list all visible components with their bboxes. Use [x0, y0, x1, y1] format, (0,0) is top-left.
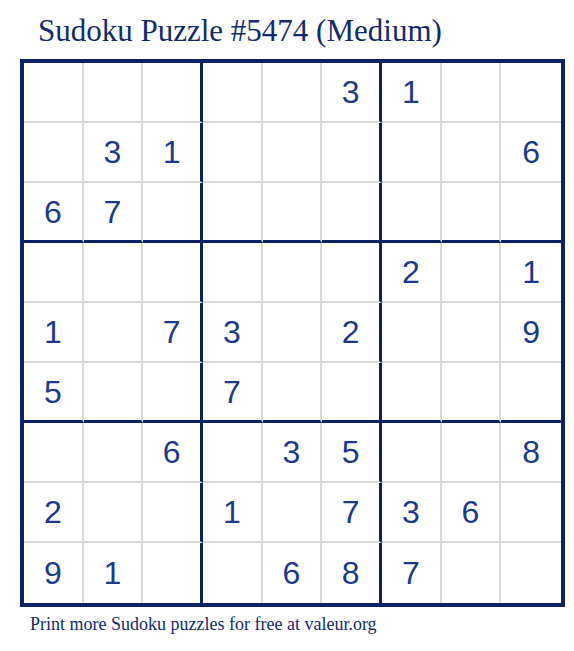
cell-r7c4 — [203, 423, 263, 483]
cell-r7c7 — [382, 423, 442, 483]
cell-r3c5 — [263, 183, 323, 243]
cell-r5c3: 7 — [143, 303, 203, 363]
cell-r1c4 — [203, 63, 263, 123]
cell-r3c7 — [382, 183, 442, 243]
cell-r1c7: 1 — [382, 63, 442, 123]
cell-r8c2 — [84, 483, 144, 543]
cell-r5c7 — [382, 303, 442, 363]
cell-r8c1: 2 — [24, 483, 84, 543]
cell-r3c3 — [143, 183, 203, 243]
cell-r5c6: 2 — [322, 303, 382, 363]
cell-r4c4 — [203, 243, 263, 303]
cell-r7c9: 8 — [501, 423, 561, 483]
cell-r6c3 — [143, 363, 203, 423]
cell-r4c6 — [322, 243, 382, 303]
cell-r7c2 — [84, 423, 144, 483]
cell-r8c4: 1 — [203, 483, 263, 543]
cell-r8c7: 3 — [382, 483, 442, 543]
cell-r1c8 — [442, 63, 502, 123]
cell-r5c1: 1 — [24, 303, 84, 363]
cell-r2c4 — [203, 123, 263, 183]
cell-r7c3: 6 — [143, 423, 203, 483]
cell-r1c5 — [263, 63, 323, 123]
cell-r7c1 — [24, 423, 84, 483]
cell-r3c9 — [501, 183, 561, 243]
cell-r1c6: 3 — [322, 63, 382, 123]
cell-r6c4: 7 — [203, 363, 263, 423]
cell-r7c8 — [442, 423, 502, 483]
cell-r1c2 — [84, 63, 144, 123]
cell-r6c8 — [442, 363, 502, 423]
cell-r4c1 — [24, 243, 84, 303]
cell-r6c5 — [263, 363, 323, 423]
cell-r5c2 — [84, 303, 144, 363]
cell-r6c1: 5 — [24, 363, 84, 423]
page-title: Sudoku Puzzle #5474 (Medium) — [38, 12, 442, 50]
cell-r2c2: 3 — [84, 123, 144, 183]
cell-r9c1: 9 — [24, 543, 84, 603]
cell-r9c6: 8 — [322, 543, 382, 603]
cell-r8c6: 7 — [322, 483, 382, 543]
cell-r3c1: 6 — [24, 183, 84, 243]
cell-r9c7: 7 — [382, 543, 442, 603]
cell-r9c3 — [143, 543, 203, 603]
cell-r3c6 — [322, 183, 382, 243]
cell-r7c5: 3 — [263, 423, 323, 483]
cell-r6c2 — [84, 363, 144, 423]
cell-r6c6 — [322, 363, 382, 423]
footer-text: Print more Sudoku puzzles for free at va… — [30, 614, 377, 635]
cell-r3c2: 7 — [84, 183, 144, 243]
cell-r2c7 — [382, 123, 442, 183]
cell-r6c7 — [382, 363, 442, 423]
cell-r2c5 — [263, 123, 323, 183]
cell-r1c9 — [501, 63, 561, 123]
cell-r2c3: 1 — [143, 123, 203, 183]
cell-r2c8 — [442, 123, 502, 183]
cell-r2c9: 6 — [501, 123, 561, 183]
cell-r1c3 — [143, 63, 203, 123]
cell-r4c2 — [84, 243, 144, 303]
cell-r9c2: 1 — [84, 543, 144, 603]
cell-r4c8 — [442, 243, 502, 303]
cell-r9c5: 6 — [263, 543, 323, 603]
cell-r8c5 — [263, 483, 323, 543]
cell-r4c5 — [263, 243, 323, 303]
cell-r4c9: 1 — [501, 243, 561, 303]
cell-r2c6 — [322, 123, 382, 183]
cell-r2c1 — [24, 123, 84, 183]
cell-r3c8 — [442, 183, 502, 243]
cell-r5c8 — [442, 303, 502, 363]
sudoku-board: 313166721173295763582173691687 — [20, 59, 565, 607]
cell-r4c3 — [143, 243, 203, 303]
sudoku-page: Sudoku Puzzle #5474 (Medium) 31316672117… — [0, 0, 574, 651]
cell-r9c9 — [501, 543, 561, 603]
cell-r5c5 — [263, 303, 323, 363]
cell-r3c4 — [203, 183, 263, 243]
cell-r8c3 — [143, 483, 203, 543]
cell-r7c6: 5 — [322, 423, 382, 483]
cell-r6c9 — [501, 363, 561, 423]
cell-r8c8: 6 — [442, 483, 502, 543]
cell-r9c4 — [203, 543, 263, 603]
cell-r4c7: 2 — [382, 243, 442, 303]
cell-r9c8 — [442, 543, 502, 603]
cell-r8c9 — [501, 483, 561, 543]
cell-r5c4: 3 — [203, 303, 263, 363]
cell-r5c9: 9 — [501, 303, 561, 363]
cell-r1c1 — [24, 63, 84, 123]
